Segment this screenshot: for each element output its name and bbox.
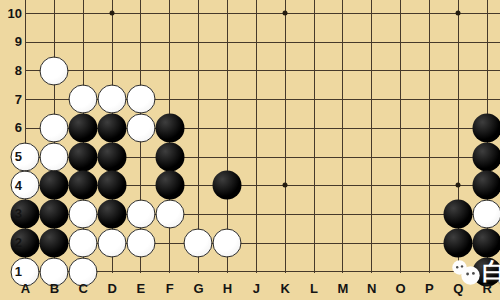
intersection-R6 — [473, 114, 500, 143]
intersection-M10 — [328, 0, 357, 28]
intersection-R7 — [473, 85, 500, 114]
black-stone-C6 — [69, 114, 98, 143]
white-stone-B5 — [40, 142, 69, 171]
intersection-E10 — [126, 0, 155, 28]
intersection-G9 — [184, 28, 213, 57]
white-stone-R3 — [472, 200, 500, 229]
intersection-J10 — [242, 0, 271, 28]
intersection-R2 — [473, 229, 500, 258]
intersection-P4 — [415, 171, 444, 200]
intersection-O5 — [386, 142, 415, 171]
col-label-M: M — [332, 282, 354, 296]
intersection-C7 — [69, 85, 98, 114]
intersection-J7 — [242, 85, 271, 114]
intersection-L10 — [299, 0, 328, 28]
intersection-N4 — [357, 171, 386, 200]
intersection-B8 — [40, 56, 69, 85]
white-stone-D2 — [97, 228, 126, 257]
col-label-D: D — [101, 282, 123, 296]
intersection-Q9 — [444, 28, 473, 57]
intersection-K8 — [271, 56, 300, 85]
intersection-E5 — [126, 142, 155, 171]
intersection-B2 — [40, 229, 69, 258]
black-stone-D6 — [97, 114, 126, 143]
intersection-K7 — [271, 85, 300, 114]
intersection-H10 — [213, 0, 242, 28]
intersection-O4 — [386, 171, 415, 200]
black-stone-D5 — [97, 142, 126, 171]
intersection-R9 — [473, 28, 500, 57]
row-label-4: 4 — [0, 178, 22, 194]
intersection-E9 — [126, 28, 155, 57]
intersection-O2 — [386, 229, 415, 258]
go-board-diagram: 10987654321 ABCDEFGHJKLMNOPQR 白 — [0, 0, 500, 300]
intersection-F3 — [155, 200, 184, 229]
intersection-C10 — [69, 0, 98, 28]
row-label-6: 6 — [0, 120, 22, 136]
intersection-N3 — [357, 200, 386, 229]
intersection-B3 — [40, 200, 69, 229]
intersection-C6 — [69, 114, 98, 143]
white-stone-B6 — [40, 114, 69, 143]
intersection-O10 — [386, 0, 415, 28]
black-stone-Q3 — [444, 200, 473, 229]
intersection-R10 — [473, 0, 500, 28]
watermark-text: 白 — [482, 256, 500, 287]
intersection-G3 — [184, 200, 213, 229]
intersection-N2 — [357, 229, 386, 258]
black-stone-B4 — [40, 171, 69, 200]
intersection-P3 — [415, 200, 444, 229]
intersection-D9 — [98, 28, 127, 57]
intersection-H5 — [213, 142, 242, 171]
intersection-H2 — [213, 229, 242, 258]
intersection-D6 — [98, 114, 127, 143]
intersection-F9 — [155, 28, 184, 57]
intersection-N9 — [357, 28, 386, 57]
intersection-P8 — [415, 56, 444, 85]
intersection-C2 — [69, 229, 98, 258]
col-label-A: A — [15, 282, 37, 296]
intersection-G10 — [184, 0, 213, 28]
row-label-8: 8 — [0, 63, 22, 79]
intersection-N7 — [357, 85, 386, 114]
intersection-O3 — [386, 200, 415, 229]
intersection-H4 — [213, 171, 242, 200]
intersection-E8 — [126, 56, 155, 85]
intersection-Q2 — [444, 229, 473, 258]
col-label-B: B — [43, 282, 65, 296]
intersection-K5 — [271, 142, 300, 171]
intersection-G5 — [184, 142, 213, 171]
white-stone-E6 — [126, 114, 155, 143]
intersection-D7 — [98, 85, 127, 114]
intersection-P10 — [415, 0, 444, 28]
row-label-2: 2 — [0, 235, 22, 251]
intersection-R3 — [473, 200, 500, 229]
intersection-J8 — [242, 56, 271, 85]
intersection-M7 — [328, 85, 357, 114]
intersection-J3 — [242, 200, 271, 229]
white-stone-C3 — [69, 200, 98, 229]
intersection-Q6 — [444, 114, 473, 143]
intersection-R8 — [473, 56, 500, 85]
intersection-B5 — [40, 142, 69, 171]
intersection-F6 — [155, 114, 184, 143]
intersection-M8 — [328, 56, 357, 85]
white-stone-E7 — [126, 85, 155, 114]
col-label-J: J — [245, 282, 267, 296]
intersection-B7 — [40, 85, 69, 114]
intersection-K9 — [271, 28, 300, 57]
intersection-C9 — [69, 28, 98, 57]
intersection-G6 — [184, 114, 213, 143]
intersection-B4 — [40, 171, 69, 200]
intersection-F2 — [155, 229, 184, 258]
intersection-G2 — [184, 229, 213, 258]
intersection-P5 — [415, 142, 444, 171]
black-stone-H4 — [213, 171, 242, 200]
intersection-O9 — [386, 28, 415, 57]
intersection-N10 — [357, 0, 386, 28]
intersection-Q8 — [444, 56, 473, 85]
intersection-C3 — [69, 200, 98, 229]
intersection-F7 — [155, 85, 184, 114]
white-stone-F3 — [155, 200, 184, 229]
intersection-K6 — [271, 114, 300, 143]
intersection-N6 — [357, 114, 386, 143]
white-stone-B8 — [40, 56, 69, 85]
white-stone-E2 — [126, 228, 155, 257]
intersection-F8 — [155, 56, 184, 85]
intersection-B9 — [40, 28, 69, 57]
black-stone-R6 — [472, 114, 500, 143]
col-label-F: F — [159, 282, 181, 296]
row-label-3: 3 — [0, 206, 22, 222]
intersection-D4 — [98, 171, 127, 200]
intersection-O6 — [386, 114, 415, 143]
intersection-E4 — [126, 171, 155, 200]
star-point — [456, 183, 461, 188]
chat-faces-icon — [451, 259, 483, 289]
intersection-M4 — [328, 171, 357, 200]
intersection-L8 — [299, 56, 328, 85]
intersection-L2 — [299, 229, 328, 258]
intersection-F10 — [155, 0, 184, 28]
intersection-E3 — [126, 200, 155, 229]
intersection-M6 — [328, 114, 357, 143]
black-stone-R5 — [472, 142, 500, 171]
intersection-P9 — [415, 28, 444, 57]
intersection-P6 — [415, 114, 444, 143]
intersection-L7 — [299, 85, 328, 114]
intersection-H6 — [213, 114, 242, 143]
intersection-E6 — [126, 114, 155, 143]
intersection-L4 — [299, 171, 328, 200]
intersection-K2 — [271, 229, 300, 258]
col-label-P: P — [418, 282, 440, 296]
intersection-P2 — [415, 229, 444, 258]
intersection-K3 — [271, 200, 300, 229]
intersection-Q3 — [444, 200, 473, 229]
intersection-F4 — [155, 171, 184, 200]
star-point — [109, 11, 114, 16]
col-label-L: L — [303, 282, 325, 296]
intersection-C4 — [69, 171, 98, 200]
intersection-M9 — [328, 28, 357, 57]
intersection-Q10 — [444, 0, 473, 28]
watermark: 白 — [451, 256, 500, 294]
col-label-O: O — [390, 282, 412, 296]
intersection-E2 — [126, 229, 155, 258]
black-stone-F4 — [155, 171, 184, 200]
row-label-7: 7 — [0, 92, 22, 108]
col-label-K: K — [274, 282, 296, 296]
col-label-E: E — [130, 282, 152, 296]
black-stone-R2 — [472, 228, 500, 257]
intersection-F5 — [155, 142, 184, 171]
intersection-L5 — [299, 142, 328, 171]
row-label-5: 5 — [0, 149, 22, 165]
intersection-H7 — [213, 85, 242, 114]
white-stone-C7 — [69, 85, 98, 114]
intersection-O7 — [386, 85, 415, 114]
intersection-G4 — [184, 171, 213, 200]
col-label-G: G — [188, 282, 210, 296]
intersection-M2 — [328, 229, 357, 258]
black-stone-D3 — [97, 200, 126, 229]
black-stone-F6 — [155, 114, 184, 143]
intersection-D5 — [98, 142, 127, 171]
intersection-D3 — [98, 200, 127, 229]
intersection-J5 — [242, 142, 271, 171]
intersection-N5 — [357, 142, 386, 171]
intersection-G7 — [184, 85, 213, 114]
white-stone-H2 — [213, 228, 242, 257]
row-label-1: 1 — [0, 264, 22, 280]
intersection-O8 — [386, 56, 415, 85]
white-stone-D7 — [97, 85, 126, 114]
intersection-H3 — [213, 200, 242, 229]
intersection-K10 — [271, 0, 300, 28]
black-stone-F5 — [155, 142, 184, 171]
black-stone-C5 — [69, 142, 98, 171]
intersection-R5 — [473, 142, 500, 171]
star-point — [283, 183, 288, 188]
intersection-L6 — [299, 114, 328, 143]
black-stone-C4 — [69, 171, 98, 200]
intersection-C5 — [69, 142, 98, 171]
intersection-Q5 — [444, 142, 473, 171]
black-stone-B2 — [40, 228, 69, 257]
intersection-P7 — [415, 85, 444, 114]
intersection-R4 — [473, 171, 500, 200]
intersection-J6 — [242, 114, 271, 143]
col-label-N: N — [361, 282, 383, 296]
intersection-J9 — [242, 28, 271, 57]
intersection-M5 — [328, 142, 357, 171]
intersection-G8 — [184, 56, 213, 85]
col-label-H: H — [217, 282, 239, 296]
intersection-L3 — [299, 200, 328, 229]
white-stone-E3 — [126, 200, 155, 229]
intersection-N8 — [357, 56, 386, 85]
row-label-9: 9 — [0, 34, 22, 50]
star-point — [456, 11, 461, 16]
intersection-B6 — [40, 114, 69, 143]
intersection-L9 — [299, 28, 328, 57]
col-label-C: C — [72, 282, 94, 296]
intersection-K4 — [271, 171, 300, 200]
black-stone-Q2 — [444, 228, 473, 257]
intersection-H9 — [213, 28, 242, 57]
intersection-J4 — [242, 171, 271, 200]
intersection-D10 — [98, 0, 127, 28]
intersection-Q7 — [444, 85, 473, 114]
row-label-10: 10 — [0, 6, 22, 22]
go-board — [11, 0, 500, 286]
intersection-Q4 — [444, 171, 473, 200]
black-stone-D4 — [97, 171, 126, 200]
star-point — [283, 11, 288, 16]
intersection-D2 — [98, 229, 127, 258]
intersection-C8 — [69, 56, 98, 85]
intersection-H8 — [213, 56, 242, 85]
white-stone-C2 — [69, 228, 98, 257]
black-stone-B3 — [40, 200, 69, 229]
white-stone-G2 — [184, 228, 213, 257]
intersection-J2 — [242, 229, 271, 258]
black-stone-R4 — [472, 171, 500, 200]
intersection-E7 — [126, 85, 155, 114]
intersection-M3 — [328, 200, 357, 229]
intersection-D8 — [98, 56, 127, 85]
intersection-B10 — [40, 0, 69, 28]
